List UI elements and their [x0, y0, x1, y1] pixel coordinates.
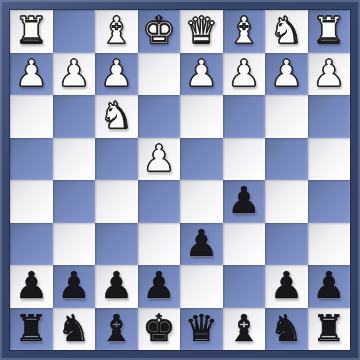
square-e1[interactable]: ♚ [138, 10, 181, 53]
white-queen[interactable]: ♛ [185, 10, 218, 52]
square-d7[interactable] [180, 265, 223, 308]
square-c4[interactable] [223, 138, 266, 181]
square-b4[interactable] [265, 138, 308, 181]
square-a8[interactable]: ♜ [308, 308, 351, 351]
square-d8[interactable]: ♛ [180, 308, 223, 351]
black-bishop[interactable]: ♝ [100, 308, 133, 350]
square-d4[interactable] [180, 138, 223, 181]
square-h3[interactable] [10, 95, 53, 138]
square-f3[interactable]: ♞ [95, 95, 138, 138]
white-pawn[interactable]: ♟ [57, 53, 90, 95]
white-pawn[interactable]: ♟ [142, 138, 175, 180]
square-b7[interactable]: ♟ [265, 265, 308, 308]
square-g3[interactable] [53, 95, 96, 138]
white-knight[interactable]: ♞ [100, 95, 133, 137]
square-h2[interactable]: ♟ [10, 53, 53, 96]
black-pawn[interactable]: ♟ [100, 265, 133, 307]
square-e6[interactable] [138, 223, 181, 266]
square-f5[interactable] [95, 180, 138, 223]
square-c6[interactable] [223, 223, 266, 266]
square-b1[interactable]: ♞ [265, 10, 308, 53]
square-d5[interactable] [180, 180, 223, 223]
square-h5[interactable] [10, 180, 53, 223]
board-frame: ♜♝♚♛♝♞♜♟♟♟♟♟♟♟♞♟♟♟♟♟♟♟♟♟♜♞♝♚♛♝♞♜ [0, 0, 360, 360]
square-e8[interactable]: ♚ [138, 308, 181, 351]
white-rook[interactable]: ♜ [15, 10, 48, 52]
square-g5[interactable] [53, 180, 96, 223]
square-b6[interactable] [265, 223, 308, 266]
square-c1[interactable]: ♝ [223, 10, 266, 53]
white-pawn[interactable]: ♟ [185, 53, 218, 95]
square-e4[interactable]: ♟ [138, 138, 181, 181]
black-pawn[interactable]: ♟ [185, 223, 218, 265]
square-f8[interactable]: ♝ [95, 308, 138, 351]
square-g8[interactable]: ♞ [53, 308, 96, 351]
white-pawn[interactable]: ♟ [312, 53, 345, 95]
square-f4[interactable] [95, 138, 138, 181]
square-b8[interactable]: ♞ [265, 308, 308, 351]
square-c7[interactable] [223, 265, 266, 308]
square-g6[interactable] [53, 223, 96, 266]
square-h4[interactable] [10, 138, 53, 181]
black-king[interactable]: ♚ [142, 308, 175, 350]
black-bishop[interactable]: ♝ [227, 308, 260, 350]
black-pawn[interactable]: ♟ [270, 265, 303, 307]
black-pawn[interactable]: ♟ [142, 265, 175, 307]
square-f2[interactable]: ♟ [95, 53, 138, 96]
square-f7[interactable]: ♟ [95, 265, 138, 308]
square-h6[interactable] [10, 223, 53, 266]
square-e3[interactable] [138, 95, 181, 138]
square-a7[interactable]: ♟ [308, 265, 351, 308]
square-a3[interactable] [308, 95, 351, 138]
chess-board: ♜♝♚♛♝♞♜♟♟♟♟♟♟♟♞♟♟♟♟♟♟♟♟♟♜♞♝♚♛♝♞♜ [10, 10, 350, 350]
white-knight[interactable]: ♞ [270, 10, 303, 52]
square-a6[interactable] [308, 223, 351, 266]
black-pawn[interactable]: ♟ [57, 265, 90, 307]
square-a2[interactable]: ♟ [308, 53, 351, 96]
square-g2[interactable]: ♟ [53, 53, 96, 96]
white-bishop[interactable]: ♝ [100, 10, 133, 52]
white-pawn[interactable]: ♟ [270, 53, 303, 95]
white-pawn[interactable]: ♟ [227, 53, 260, 95]
black-pawn[interactable]: ♟ [312, 265, 345, 307]
square-e5[interactable] [138, 180, 181, 223]
black-knight[interactable]: ♞ [270, 308, 303, 350]
black-queen[interactable]: ♛ [185, 308, 218, 350]
black-pawn[interactable]: ♟ [15, 265, 48, 307]
square-g4[interactable] [53, 138, 96, 181]
black-rook[interactable]: ♜ [15, 308, 48, 350]
white-pawn[interactable]: ♟ [15, 53, 48, 95]
square-b3[interactable] [265, 95, 308, 138]
white-bishop[interactable]: ♝ [227, 10, 260, 52]
square-b2[interactable]: ♟ [265, 53, 308, 96]
square-c3[interactable] [223, 95, 266, 138]
white-rook[interactable]: ♜ [312, 10, 345, 52]
square-h8[interactable]: ♜ [10, 308, 53, 351]
black-knight[interactable]: ♞ [57, 308, 90, 350]
white-pawn[interactable]: ♟ [100, 53, 133, 95]
square-g1[interactable] [53, 10, 96, 53]
square-a5[interactable] [308, 180, 351, 223]
square-g7[interactable]: ♟ [53, 265, 96, 308]
square-f6[interactable] [95, 223, 138, 266]
square-f1[interactable]: ♝ [95, 10, 138, 53]
square-e2[interactable] [138, 53, 181, 96]
square-d2[interactable]: ♟ [180, 53, 223, 96]
square-c2[interactable]: ♟ [223, 53, 266, 96]
square-c5[interactable]: ♟ [223, 180, 266, 223]
square-e7[interactable]: ♟ [138, 265, 181, 308]
square-a4[interactable] [308, 138, 351, 181]
square-b5[interactable] [265, 180, 308, 223]
square-h1[interactable]: ♜ [10, 10, 53, 53]
square-a1[interactable]: ♜ [308, 10, 351, 53]
square-d1[interactable]: ♛ [180, 10, 223, 53]
square-d6[interactable]: ♟ [180, 223, 223, 266]
black-pawn[interactable]: ♟ [227, 180, 260, 222]
black-rook[interactable]: ♜ [312, 308, 345, 350]
square-c8[interactable]: ♝ [223, 308, 266, 351]
white-king[interactable]: ♚ [142, 10, 175, 52]
square-h7[interactable]: ♟ [10, 265, 53, 308]
square-d3[interactable] [180, 95, 223, 138]
